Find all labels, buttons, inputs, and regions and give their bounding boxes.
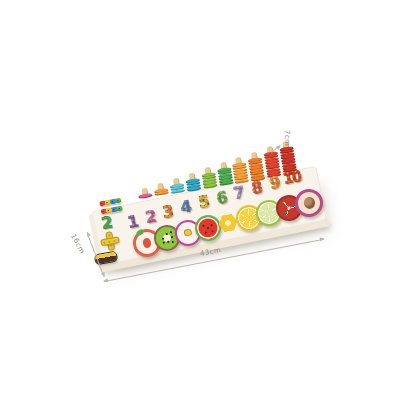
number-piece-5: 5: [197, 194, 211, 212]
peg-stack-8: [247, 151, 265, 181]
product-photo: 123456789102 43cm 16cm 7cm: [0, 0, 416, 416]
width-dimension-label: 16cm: [69, 233, 86, 255]
peg-stack-3: [169, 177, 185, 194]
kiwi-seeds: [171, 236, 173, 238]
peg-stack-1: [137, 187, 152, 199]
number-piece-2: 2: [144, 208, 158, 226]
number-piece-6: 6: [215, 189, 229, 207]
number-piece-10: 10: [282, 169, 302, 187]
number-piece-9: 9: [268, 174, 282, 192]
height-dimension-label: 7cm: [283, 130, 291, 146]
peg-stack-2: [153, 182, 169, 196]
peg-stack-7: [231, 156, 249, 184]
peg-stack-4: [184, 172, 201, 192]
peg-stack-5: [200, 166, 217, 188]
symbol-piece-plus: [100, 231, 120, 251]
peg-stack-6: [216, 161, 233, 186]
